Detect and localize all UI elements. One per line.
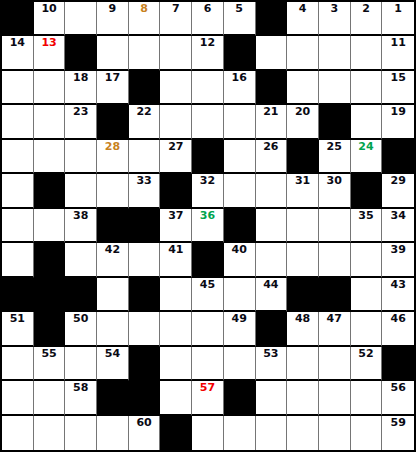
white-cell-r3c11[interactable] xyxy=(319,71,351,105)
clue-number-53: 53 xyxy=(256,348,287,360)
white-cell-r10c6[interactable] xyxy=(160,312,192,346)
black-cell-r12c5 xyxy=(129,381,161,415)
clue-number-48: 48 xyxy=(287,313,318,325)
clue-number-33: 33 xyxy=(129,175,160,187)
white-cell-r4c10[interactable]: 20 xyxy=(287,105,319,139)
white-cell-r2c5[interactable] xyxy=(129,36,161,70)
white-cell-r2c2[interactable]: 13 xyxy=(34,36,66,70)
black-cell-r8c2 xyxy=(34,243,66,277)
white-cell-r13c13[interactable]: 59 xyxy=(382,416,414,450)
clue-number-6: 6 xyxy=(192,3,223,15)
white-cell-r10c10[interactable]: 48 xyxy=(287,312,319,346)
white-cell-r7c12[interactable]: 35 xyxy=(351,209,383,243)
clue-number-45: 45 xyxy=(192,279,223,291)
white-cell-r3c3[interactable]: 18 xyxy=(65,71,97,105)
clue-number-40: 40 xyxy=(224,244,255,256)
clue-number-58: 58 xyxy=(65,382,96,394)
black-cell-r1c9 xyxy=(256,2,288,36)
white-cell-r1c4[interactable]: 9 xyxy=(97,2,129,36)
white-cell-r7c9[interactable] xyxy=(256,209,288,243)
white-cell-r10c13[interactable]: 46 xyxy=(382,312,414,346)
white-cell-r10c5[interactable] xyxy=(129,312,161,346)
clue-number-18: 18 xyxy=(65,72,96,84)
white-cell-r2c1[interactable]: 14 xyxy=(2,36,34,70)
white-cell-r9c4[interactable] xyxy=(97,278,129,312)
clue-number-25: 25 xyxy=(319,141,350,153)
clue-number-30: 30 xyxy=(319,175,350,187)
clue-number-56: 56 xyxy=(382,382,414,394)
white-cell-r12c7[interactable]: 57 xyxy=(192,381,224,415)
clue-number-8: 8 xyxy=(129,3,160,15)
clue-number-13: 13 xyxy=(34,37,65,49)
clue-number-10: 10 xyxy=(34,3,65,15)
black-cell-r12c8 xyxy=(224,381,256,415)
white-cell-r5c3[interactable] xyxy=(65,140,97,174)
black-cell-r12c4 xyxy=(97,381,129,415)
white-cell-r12c2[interactable] xyxy=(34,381,66,415)
white-cell-r11c2[interactable]: 55 xyxy=(34,347,66,381)
clue-number-49: 49 xyxy=(224,313,255,325)
clue-number-35: 35 xyxy=(351,210,382,222)
white-cell-r13c1[interactable] xyxy=(2,416,34,450)
white-cell-r8c3[interactable] xyxy=(65,243,97,277)
white-cell-r12c12[interactable] xyxy=(351,381,383,415)
white-cell-r7c7[interactable]: 36 xyxy=(192,209,224,243)
white-cell-r10c11[interactable]: 47 xyxy=(319,312,351,346)
black-cell-r10c2 xyxy=(34,312,66,346)
clue-number-44: 44 xyxy=(256,279,287,291)
white-cell-r7c10[interactable] xyxy=(287,209,319,243)
white-cell-r7c1[interactable] xyxy=(2,209,34,243)
white-cell-r11c9[interactable]: 53 xyxy=(256,347,288,381)
white-cell-r5c2[interactable] xyxy=(34,140,66,174)
white-cell-r8c10[interactable] xyxy=(287,243,319,277)
white-cell-r2c11[interactable] xyxy=(319,36,351,70)
white-cell-r6c13[interactable]: 29 xyxy=(382,174,414,208)
white-cell-r2c4[interactable] xyxy=(97,36,129,70)
white-cell-r1c8[interactable]: 5 xyxy=(224,2,256,36)
white-cell-r1c13[interactable]: 1 xyxy=(382,2,414,36)
white-cell-r3c7[interactable] xyxy=(192,71,224,105)
white-cell-r6c4[interactable] xyxy=(97,174,129,208)
white-cell-r8c8[interactable]: 40 xyxy=(224,243,256,277)
black-cell-r9c10 xyxy=(287,278,319,312)
black-cell-r2c8 xyxy=(224,36,256,70)
white-cell-r2c6[interactable] xyxy=(160,36,192,70)
clue-number-12: 12 xyxy=(192,37,223,49)
clue-number-31: 31 xyxy=(287,175,318,187)
white-cell-r1c10[interactable]: 4 xyxy=(287,2,319,36)
white-cell-r8c13[interactable]: 39 xyxy=(382,243,414,277)
white-cell-r13c5[interactable]: 60 xyxy=(129,416,161,450)
clue-number-39: 39 xyxy=(382,244,414,256)
white-cell-r11c6[interactable] xyxy=(160,347,192,381)
crossword-board: 1098765432114131211181716152322212019282… xyxy=(0,0,416,452)
clue-number-51: 51 xyxy=(2,313,33,325)
white-cell-r2c9[interactable] xyxy=(256,36,288,70)
white-cell-r13c3[interactable] xyxy=(65,416,97,450)
white-cell-r5c1[interactable] xyxy=(2,140,34,174)
white-cell-r8c4[interactable]: 42 xyxy=(97,243,129,277)
white-cell-r13c8[interactable] xyxy=(224,416,256,450)
black-cell-r6c2 xyxy=(34,174,66,208)
white-cell-r9c13[interactable]: 43 xyxy=(382,278,414,312)
white-cell-r1c5[interactable]: 8 xyxy=(129,2,161,36)
clue-number-52: 52 xyxy=(351,348,382,360)
clue-number-38: 38 xyxy=(65,210,96,222)
white-cell-r6c11[interactable]: 30 xyxy=(319,174,351,208)
white-cell-r6c7[interactable]: 32 xyxy=(192,174,224,208)
white-cell-r12c9[interactable] xyxy=(256,381,288,415)
white-cell-r5c6[interactable]: 27 xyxy=(160,140,192,174)
crossword-grid: 1098765432114131211181716152322212019282… xyxy=(2,2,414,450)
white-cell-r5c9[interactable]: 26 xyxy=(256,140,288,174)
white-cell-r12c10[interactable] xyxy=(287,381,319,415)
white-cell-r1c3[interactable] xyxy=(65,2,97,36)
clue-number-15: 15 xyxy=(382,72,414,84)
clue-number-54: 54 xyxy=(97,348,128,360)
black-cell-r9c5 xyxy=(129,278,161,312)
white-cell-r11c7[interactable] xyxy=(192,347,224,381)
clue-number-47: 47 xyxy=(319,313,350,325)
black-cell-r9c3 xyxy=(65,278,97,312)
white-cell-r8c5[interactable] xyxy=(129,243,161,277)
clue-number-24: 24 xyxy=(351,141,382,153)
white-cell-r6c1[interactable] xyxy=(2,174,34,208)
white-cell-r9c7[interactable]: 45 xyxy=(192,278,224,312)
clue-number-29: 29 xyxy=(382,175,414,187)
white-cell-r13c7[interactable] xyxy=(192,416,224,450)
black-cell-r3c5 xyxy=(129,71,161,105)
white-cell-r3c13[interactable]: 15 xyxy=(382,71,414,105)
clue-number-2: 2 xyxy=(351,3,382,15)
black-cell-r9c2 xyxy=(34,278,66,312)
white-cell-r2c12[interactable] xyxy=(351,36,383,70)
white-cell-r11c3[interactable] xyxy=(65,347,97,381)
clue-number-59: 59 xyxy=(382,417,414,429)
clue-number-19: 19 xyxy=(382,106,414,118)
white-cell-r10c8[interactable]: 49 xyxy=(224,312,256,346)
white-cell-r7c3[interactable]: 38 xyxy=(65,209,97,243)
white-cell-r4c3[interactable]: 23 xyxy=(65,105,97,139)
black-cell-r10c9 xyxy=(256,312,288,346)
white-cell-r5c5[interactable] xyxy=(129,140,161,174)
clue-number-27: 27 xyxy=(160,141,191,153)
white-cell-r4c9[interactable]: 21 xyxy=(256,105,288,139)
white-cell-r8c1[interactable] xyxy=(2,243,34,277)
white-cell-r8c11[interactable] xyxy=(319,243,351,277)
white-cell-r5c8[interactable] xyxy=(224,140,256,174)
white-cell-r6c8[interactable] xyxy=(224,174,256,208)
white-cell-r5c11[interactable]: 25 xyxy=(319,140,351,174)
clue-number-46: 46 xyxy=(382,313,414,325)
white-cell-r5c4[interactable]: 28 xyxy=(97,140,129,174)
white-cell-r7c6[interactable]: 37 xyxy=(160,209,192,243)
white-cell-r11c11[interactable] xyxy=(319,347,351,381)
white-cell-r10c12[interactable] xyxy=(351,312,383,346)
white-cell-r13c11[interactable] xyxy=(319,416,351,450)
white-cell-r4c8[interactable] xyxy=(224,105,256,139)
white-cell-r4c5[interactable]: 22 xyxy=(129,105,161,139)
white-cell-r13c12[interactable] xyxy=(351,416,383,450)
white-cell-r7c13[interactable]: 34 xyxy=(382,209,414,243)
white-cell-r8c6[interactable]: 41 xyxy=(160,243,192,277)
white-cell-r7c11[interactable] xyxy=(319,209,351,243)
black-cell-r9c11 xyxy=(319,278,351,312)
black-cell-r4c4 xyxy=(97,105,129,139)
white-cell-r13c2[interactable] xyxy=(34,416,66,450)
clue-number-34: 34 xyxy=(382,210,414,222)
clue-number-26: 26 xyxy=(256,141,287,153)
black-cell-r1c1 xyxy=(2,2,34,36)
white-cell-r3c4[interactable]: 17 xyxy=(97,71,129,105)
white-cell-r8c12[interactable] xyxy=(351,243,383,277)
white-cell-r11c8[interactable] xyxy=(224,347,256,381)
clue-number-20: 20 xyxy=(287,106,318,118)
black-cell-r5c10 xyxy=(287,140,319,174)
clue-number-14: 14 xyxy=(2,37,33,49)
white-cell-r6c10[interactable]: 31 xyxy=(287,174,319,208)
black-cell-r5c13 xyxy=(382,140,414,174)
clue-number-60: 60 xyxy=(129,417,160,429)
white-cell-r3c1[interactable] xyxy=(2,71,34,105)
black-cell-r11c5 xyxy=(129,347,161,381)
clue-number-9: 9 xyxy=(97,3,128,15)
black-cell-r8c7 xyxy=(192,243,224,277)
white-cell-r9c8[interactable] xyxy=(224,278,256,312)
white-cell-r1c2[interactable]: 10 xyxy=(34,2,66,36)
white-cell-r1c7[interactable]: 6 xyxy=(192,2,224,36)
white-cell-r11c4[interactable]: 54 xyxy=(97,347,129,381)
clue-number-23: 23 xyxy=(65,106,96,118)
black-cell-r9c1 xyxy=(2,278,34,312)
black-cell-r7c8 xyxy=(224,209,256,243)
white-cell-r8c9[interactable] xyxy=(256,243,288,277)
white-cell-r9c6[interactable] xyxy=(160,278,192,312)
clue-number-22: 22 xyxy=(129,106,160,118)
clue-number-42: 42 xyxy=(97,244,128,256)
white-cell-r11c1[interactable] xyxy=(2,347,34,381)
clue-number-36: 36 xyxy=(192,210,223,222)
clue-number-43: 43 xyxy=(382,279,414,291)
black-cell-r5c7 xyxy=(192,140,224,174)
clue-number-28: 28 xyxy=(97,141,128,153)
black-cell-r11c13 xyxy=(382,347,414,381)
white-cell-r13c9[interactable] xyxy=(256,416,288,450)
white-cell-r5c12[interactable]: 24 xyxy=(351,140,383,174)
clue-number-11: 11 xyxy=(382,37,414,49)
white-cell-r12c13[interactable]: 56 xyxy=(382,381,414,415)
black-cell-r7c4 xyxy=(97,209,129,243)
clue-number-21: 21 xyxy=(256,106,287,118)
white-cell-r2c10[interactable] xyxy=(287,36,319,70)
white-cell-r9c12[interactable] xyxy=(351,278,383,312)
white-cell-r10c4[interactable] xyxy=(97,312,129,346)
white-cell-r7c2[interactable] xyxy=(34,209,66,243)
white-cell-r3c10[interactable] xyxy=(287,71,319,105)
white-cell-r2c13[interactable]: 11 xyxy=(382,36,414,70)
clue-number-3: 3 xyxy=(319,3,350,15)
clue-number-5: 5 xyxy=(224,3,255,15)
white-cell-r3c8[interactable]: 16 xyxy=(224,71,256,105)
clue-number-7: 7 xyxy=(160,3,191,15)
white-cell-r4c13[interactable]: 19 xyxy=(382,105,414,139)
white-cell-r11c10[interactable] xyxy=(287,347,319,381)
black-cell-r6c6 xyxy=(160,174,192,208)
white-cell-r2c7[interactable]: 12 xyxy=(192,36,224,70)
white-cell-r12c11[interactable] xyxy=(319,381,351,415)
white-cell-r1c6[interactable]: 7 xyxy=(160,2,192,36)
clue-number-37: 37 xyxy=(160,210,191,222)
white-cell-r4c2[interactable] xyxy=(34,105,66,139)
white-cell-r4c6[interactable] xyxy=(160,105,192,139)
clue-number-41: 41 xyxy=(160,244,191,256)
white-cell-r12c6[interactable] xyxy=(160,381,192,415)
white-cell-r13c4[interactable] xyxy=(97,416,129,450)
white-cell-r3c6[interactable] xyxy=(160,71,192,105)
clue-number-32: 32 xyxy=(192,175,223,187)
white-cell-r12c1[interactable] xyxy=(2,381,34,415)
white-cell-r10c1[interactable]: 51 xyxy=(2,312,34,346)
white-cell-r10c3[interactable]: 50 xyxy=(65,312,97,346)
white-cell-r3c2[interactable] xyxy=(34,71,66,105)
black-cell-r3c9 xyxy=(256,71,288,105)
white-cell-r11c12[interactable]: 52 xyxy=(351,347,383,381)
white-cell-r4c12[interactable] xyxy=(351,105,383,139)
white-cell-r6c5[interactable]: 33 xyxy=(129,174,161,208)
black-cell-r13c6 xyxy=(160,416,192,450)
white-cell-r1c12[interactable]: 2 xyxy=(351,2,383,36)
clue-number-1: 1 xyxy=(382,3,414,15)
white-cell-r6c3[interactable] xyxy=(65,174,97,208)
white-cell-r4c7[interactable] xyxy=(192,105,224,139)
clue-number-16: 16 xyxy=(224,72,255,84)
white-cell-r4c1[interactable] xyxy=(2,105,34,139)
white-cell-r1c11[interactable]: 3 xyxy=(319,2,351,36)
black-cell-r4c11 xyxy=(319,105,351,139)
white-cell-r3c12[interactable] xyxy=(351,71,383,105)
clue-number-57: 57 xyxy=(192,382,223,394)
black-cell-r7c5 xyxy=(129,209,161,243)
black-cell-r2c3 xyxy=(65,36,97,70)
clue-number-4: 4 xyxy=(287,3,318,15)
white-cell-r12c3[interactable]: 58 xyxy=(65,381,97,415)
clue-number-17: 17 xyxy=(97,72,128,84)
white-cell-r13c10[interactable] xyxy=(287,416,319,450)
white-cell-r9c9[interactable]: 44 xyxy=(256,278,288,312)
white-cell-r10c7[interactable] xyxy=(192,312,224,346)
white-cell-r6c9[interactable] xyxy=(256,174,288,208)
clue-number-55: 55 xyxy=(34,348,65,360)
black-cell-r6c12 xyxy=(351,174,383,208)
clue-number-50: 50 xyxy=(65,313,96,325)
